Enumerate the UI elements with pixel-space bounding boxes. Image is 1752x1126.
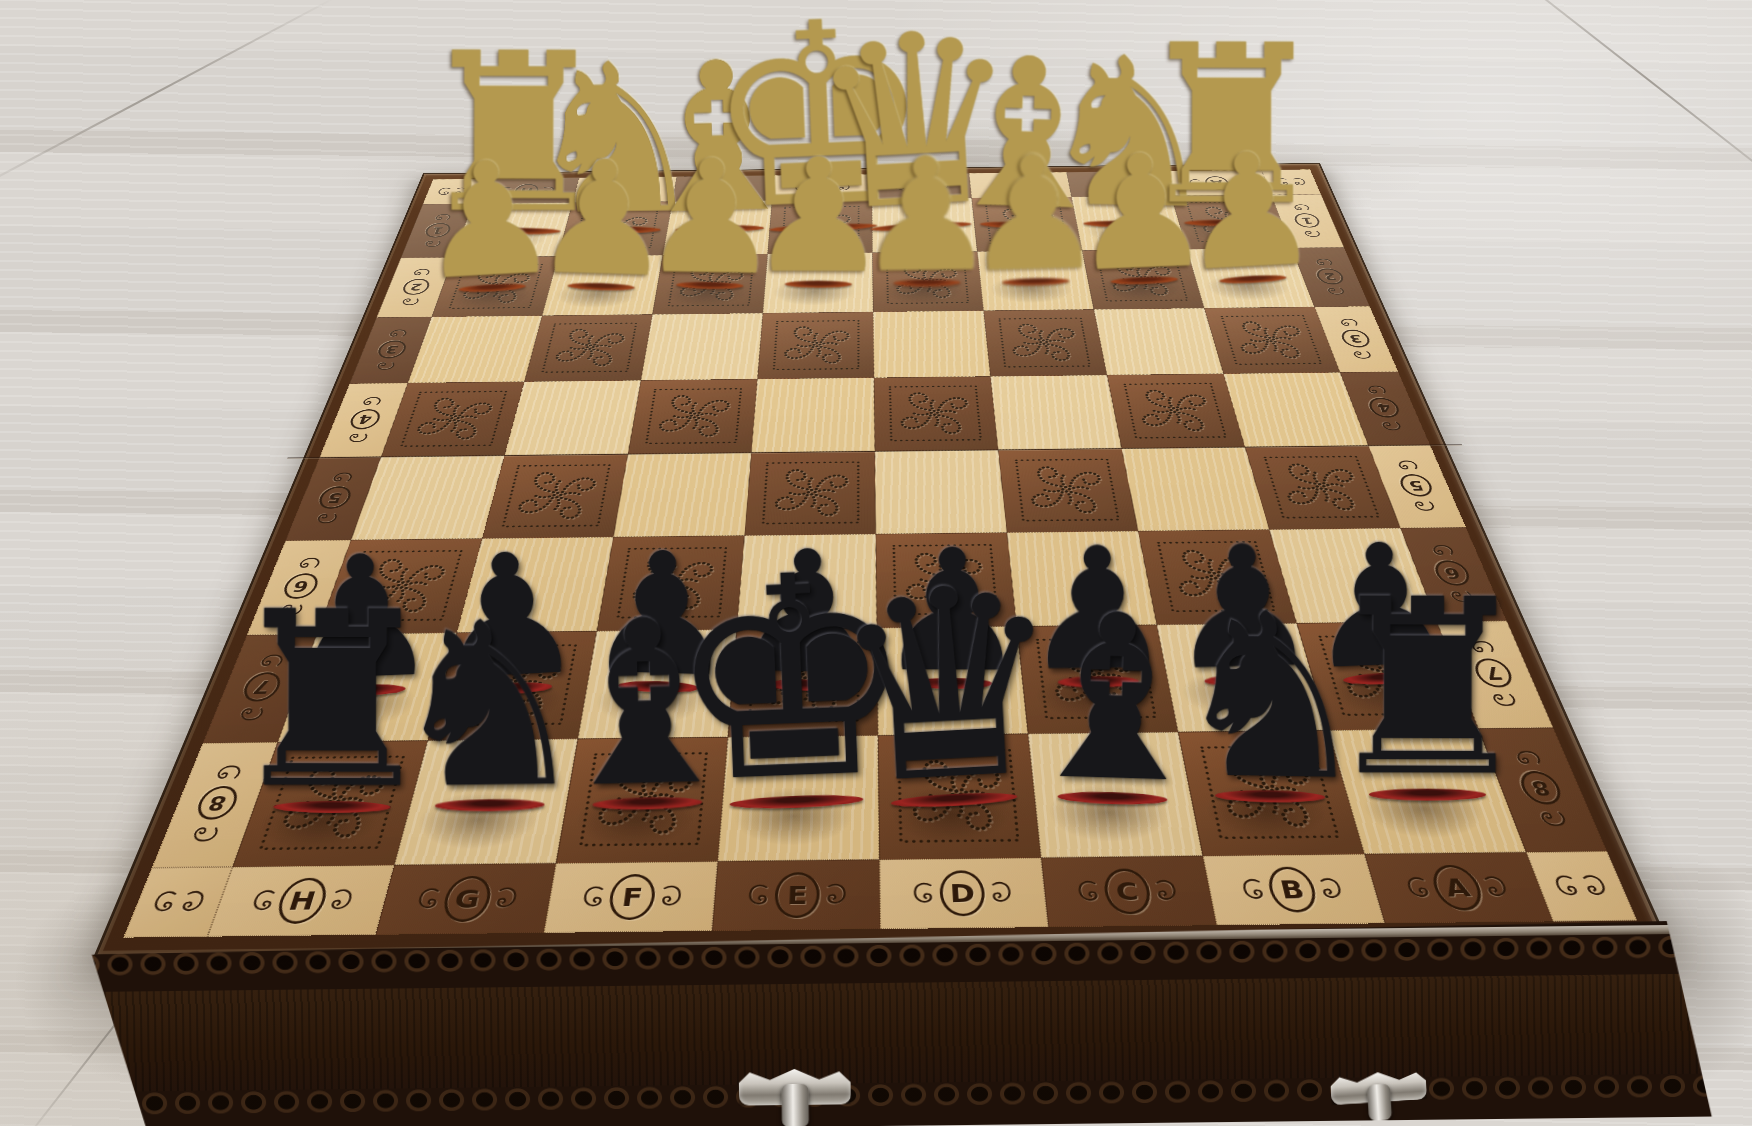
file-letter-bottom-h: H xyxy=(273,877,332,923)
carved-square-ornament-icon xyxy=(534,319,643,376)
rank-number-left-3: 3 xyxy=(375,340,409,358)
square-d4[interactable] xyxy=(874,376,998,451)
heart-scroll-icon xyxy=(1350,350,1375,360)
heart-scroll-icon xyxy=(1394,459,1422,471)
piece-black-bishop-f8[interactable]: ♝ xyxy=(540,597,749,812)
heart-scroll-icon xyxy=(1238,877,1268,903)
square-f8[interactable]: ♝ xyxy=(556,737,728,863)
file-letter-bottom-d: D xyxy=(939,870,986,916)
heart-scroll-icon xyxy=(247,888,280,914)
square-f3[interactable] xyxy=(641,313,763,380)
heart-scroll-icon xyxy=(492,885,521,911)
board-grid: HGFEDCBA1♜♞♝♚♛♝♞♜12♟♟♟♟♟♟♟♟2334455667♟♟♟… xyxy=(123,169,1637,937)
heart-scroll-icon xyxy=(910,880,935,906)
bottom-file-label-cell: E xyxy=(712,859,880,930)
queen-glyph: ♛ xyxy=(825,560,1071,811)
file-letter-bottom-b: B xyxy=(1264,866,1320,912)
carved-square-ornament-icon xyxy=(638,384,748,448)
heart-scroll-icon xyxy=(147,889,181,915)
heart-scroll-icon xyxy=(1324,287,1348,296)
file-letter-bottom-c: C xyxy=(1102,868,1154,914)
square-h3[interactable] xyxy=(408,316,542,383)
square-b3[interactable] xyxy=(1094,308,1224,375)
carved-square-ornament-icon xyxy=(392,387,514,451)
heart-scroll-icon xyxy=(1402,875,1434,901)
heart-scroll-icon xyxy=(824,881,849,907)
file-letter-bottom-e: E xyxy=(774,872,820,918)
rank-number-right-3: 3 xyxy=(1338,329,1372,347)
heart-scroll-icon xyxy=(988,879,1014,905)
square-g4[interactable] xyxy=(504,380,640,455)
heart-scroll-icon xyxy=(373,361,398,371)
file-letter-bottom-g: G xyxy=(440,875,495,921)
heart-scroll-icon xyxy=(1316,876,1347,902)
chess-photo-scene: chess HGFEDCBA1♜♞♝♚♛♝♞♜12♟♟♟♟♟♟♟♟2334455… xyxy=(0,0,1752,1126)
border-corner-bottom-right xyxy=(1526,851,1637,921)
heart-scroll-icon xyxy=(1363,384,1389,395)
bottom-file-label-cell: A xyxy=(1364,852,1553,923)
heart-scroll-icon xyxy=(1535,810,1572,829)
square-a2[interactable]: ♟ xyxy=(1187,248,1315,308)
chess-board[interactable]: HGFEDCBA1♜♞♝♚♛♝♞♜12♟♟♟♟♟♟♟♟2334455667♟♟♟… xyxy=(93,163,1667,957)
heart-scroll-icon xyxy=(344,432,370,443)
rank-number-left-5: 5 xyxy=(315,486,354,509)
square-b4[interactable] xyxy=(1107,374,1245,449)
heart-scroll-icon xyxy=(1337,318,1361,328)
bottom-file-label-cell: H xyxy=(207,865,394,937)
board-tilt-wrapper: HGFEDCBA1♜♞♝♚♛♝♞♜12♟♟♟♟♟♟♟♟2334455667♟♟♟… xyxy=(0,0,1752,1126)
heart-scroll-icon xyxy=(187,825,223,844)
rank-number-left-4: 4 xyxy=(347,409,383,429)
clasp-barrel xyxy=(1367,1084,1392,1121)
heart-scroll-icon xyxy=(745,882,771,908)
square-f4[interactable] xyxy=(628,379,757,454)
square-g3[interactable] xyxy=(524,314,652,381)
bottom-file-label-cell: D xyxy=(879,858,1048,929)
heart-scroll-icon xyxy=(579,884,607,910)
heart-scroll-icon xyxy=(359,396,385,407)
metal-clasp-center xyxy=(738,1068,851,1126)
square-e4[interactable] xyxy=(751,378,874,453)
carved-square-ornament-icon xyxy=(1117,379,1234,442)
square-e3[interactable] xyxy=(757,312,874,379)
carved-square-ornament-icon xyxy=(1214,312,1329,369)
square-b8[interactable]: ♞ xyxy=(1178,730,1364,856)
heart-scroll-icon xyxy=(329,471,356,483)
heart-scroll-icon xyxy=(1074,879,1102,905)
heart-scroll-icon xyxy=(1480,874,1513,900)
file-letter-bottom-a: A xyxy=(1427,864,1487,910)
square-d3[interactable] xyxy=(873,311,990,378)
file-letter-bottom-f: F xyxy=(607,873,658,919)
heart-scroll-icon xyxy=(326,887,358,913)
rank-number-right-4: 4 xyxy=(1366,398,1402,418)
heart-scroll-icon xyxy=(1578,873,1613,899)
heart-scroll-icon xyxy=(398,297,421,306)
heart-scroll-icon xyxy=(176,889,210,915)
bottom-file-label-cell: G xyxy=(376,863,556,935)
metal-clasp-right xyxy=(1330,1069,1429,1123)
right-rank-label-cell: 3 xyxy=(1315,306,1399,372)
heart-scroll-icon xyxy=(413,886,443,912)
piece-black-knight-b8[interactable]: ♞ xyxy=(1168,591,1375,804)
piece-black-queen-d8[interactable]: ♛ xyxy=(825,560,1071,812)
piece-white-pawn-a2[interactable]: ♟ xyxy=(1175,136,1323,287)
square-d8[interactable]: ♛ xyxy=(878,734,1041,860)
heart-scroll-icon xyxy=(1378,421,1405,432)
carved-square-ornament-icon xyxy=(992,314,1097,371)
heart-scroll-icon xyxy=(1549,873,1583,899)
heart-scroll-icon xyxy=(1152,878,1181,904)
rank-number-right-5: 5 xyxy=(1396,474,1435,497)
bottom-file-label-cell: F xyxy=(544,861,718,933)
clasp-barrel xyxy=(781,1084,808,1126)
heart-scroll-icon xyxy=(386,328,410,338)
heart-scroll-icon xyxy=(658,883,685,909)
carved-square-ornament-icon xyxy=(767,317,866,374)
square-c3[interactable] xyxy=(984,309,1107,376)
bishop-glyph: ♝ xyxy=(540,597,749,811)
bottom-file-label-cell: B xyxy=(1203,854,1385,925)
bottom-file-label-cell: C xyxy=(1041,856,1217,927)
square-c4[interactable] xyxy=(990,375,1121,450)
pawn-glyph: ♟ xyxy=(1175,136,1323,288)
knight-glyph: ♞ xyxy=(1168,591,1375,803)
board-frame: HGFEDCBA1♜♞♝♚♛♝♞♜12♟♟♟♟♟♟♟♟2334455667♟♟♟… xyxy=(93,163,1667,957)
carved-square-ornament-icon xyxy=(883,382,989,446)
